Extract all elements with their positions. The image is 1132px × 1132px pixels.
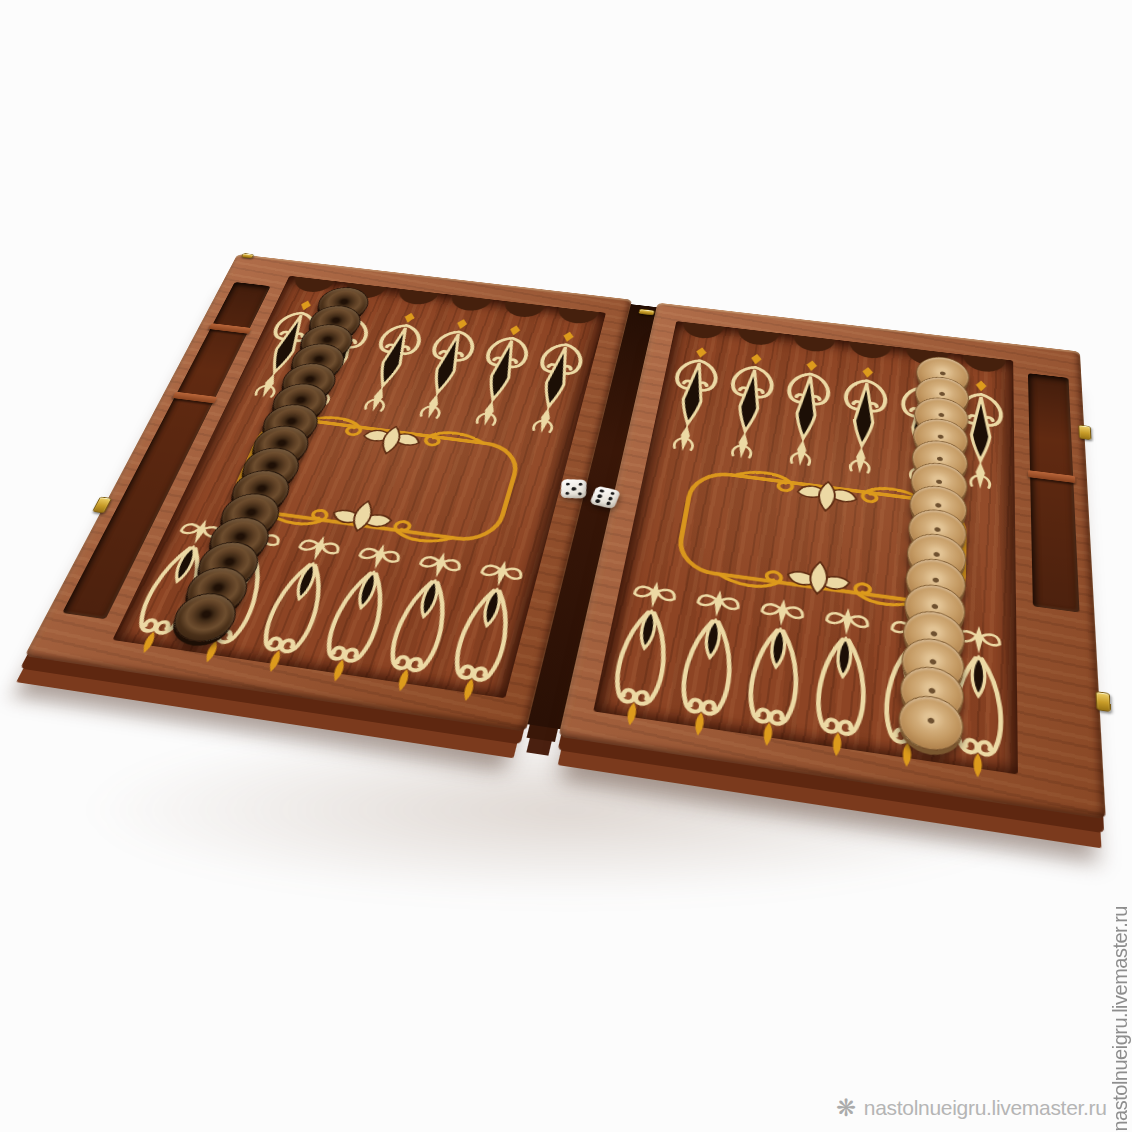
die-pip [608,496,614,500]
die-pip [597,494,603,498]
die-pip [565,492,570,495]
watermark-bottom-text: nastolnueigru.livemaster.ru [864,1096,1107,1120]
die-pip [565,482,570,485]
die-pip [571,487,576,490]
die-pip [599,489,605,493]
tray-divider [1028,470,1075,483]
brass-latch-lower-right[interactable] [1095,691,1111,712]
die-left[interactable] [560,479,586,498]
die-pip [606,501,612,505]
board-half-right [558,303,1105,820]
point-ornament-up [803,600,879,766]
photo-scene [105,190,1095,790]
playing-field-right [593,321,1018,774]
die-pip [610,491,616,495]
point-ornament-down [771,354,838,476]
backgammon-case [24,254,1105,819]
point-ornament-down [831,361,895,484]
board-half-left [24,254,632,732]
brass-latch-upper-right[interactable] [1078,425,1091,440]
die-pip [578,483,583,486]
checker-tray-right [1028,373,1080,612]
tray-divider [172,392,217,404]
watermark-bottom: ❋ nastolnueigru.livemaster.ru [836,1096,1107,1120]
watermark-side: nastolnueigru.livemaster.ru [1110,906,1130,1132]
die-pip [595,499,601,503]
rosette-icon: ❋ [836,1096,856,1120]
die-pip [577,492,582,495]
tray-divider [208,323,251,334]
playing-field-left [112,276,606,698]
